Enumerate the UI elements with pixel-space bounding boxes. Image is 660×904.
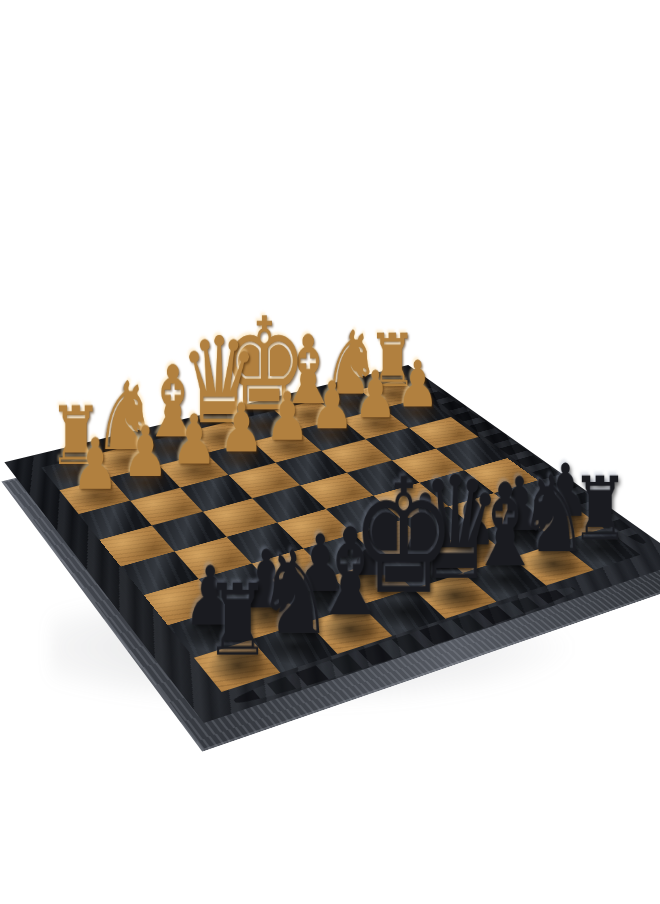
piece-glyph: ♟	[71, 429, 118, 500]
piece-glyph: ♟	[310, 372, 354, 438]
piece-glyph: ♟	[265, 383, 309, 450]
product-photo-scene: ♜♞♝♛♚♝♞♜♟♟♟♟♟♟♟♟♟♟♟♟♟♟♟♟♜♞♝♚♛♝♞♜	[0, 0, 660, 904]
piece-glyph: ♟	[171, 405, 217, 474]
piece-glyph: ♟	[396, 352, 439, 416]
piece-glyph: ♟	[122, 417, 168, 487]
piece-glyph: ♟	[218, 394, 263, 462]
piece-glyph: ♜	[204, 571, 270, 670]
piece-glyph: ♟	[353, 362, 396, 427]
